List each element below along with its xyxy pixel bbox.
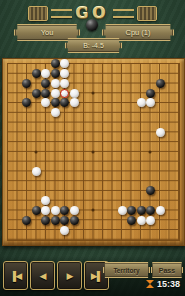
stone-black bbox=[156, 79, 165, 88]
stone-white bbox=[41, 206, 50, 215]
turn-indicator-black-stone-icon bbox=[86, 19, 98, 31]
stone-black bbox=[51, 98, 60, 107]
stone-black bbox=[41, 89, 50, 98]
stone-white bbox=[51, 206, 60, 215]
stone-black bbox=[60, 216, 69, 225]
step-forward-button[interactable]: ▶ bbox=[57, 261, 82, 290]
go-to-start-button[interactable]: ▐◀ bbox=[3, 261, 28, 290]
stone-black bbox=[22, 79, 31, 88]
stone-black bbox=[22, 216, 31, 225]
stone-black bbox=[51, 69, 60, 78]
stone-white bbox=[51, 89, 60, 98]
step-back-button[interactable]: ◀ bbox=[30, 261, 55, 290]
stone-white bbox=[60, 59, 69, 68]
stone-black bbox=[146, 206, 155, 215]
territory-button[interactable]: Territory bbox=[103, 262, 150, 278]
stone-black bbox=[51, 216, 60, 225]
stone-white bbox=[146, 98, 155, 107]
go-board[interactable] bbox=[2, 58, 185, 246]
stone-white bbox=[70, 206, 79, 215]
clock-time: 15:38 bbox=[157, 279, 180, 289]
stone-black bbox=[60, 98, 69, 107]
stone-white bbox=[41, 98, 50, 107]
stone-white bbox=[51, 79, 60, 88]
stone-white bbox=[146, 216, 155, 225]
stone-black bbox=[41, 216, 50, 225]
board-stones-layer bbox=[3, 59, 184, 245]
scroll-ornament-left bbox=[28, 6, 48, 21]
stone-black bbox=[22, 98, 31, 107]
stone-black bbox=[127, 216, 136, 225]
stone-white bbox=[156, 206, 165, 215]
stone-black bbox=[32, 89, 41, 98]
stone-white bbox=[118, 206, 127, 215]
stone-black bbox=[146, 186, 155, 195]
go-app-window: GO You Cpu (1) B: -4.5 ▐◀ ◀ ▶ ▶▌ Territo… bbox=[0, 0, 185, 296]
stone-black bbox=[137, 206, 146, 215]
stone-white bbox=[137, 98, 146, 107]
scroll-ornament-right bbox=[137, 6, 157, 21]
stone-white bbox=[41, 69, 50, 78]
stone-black bbox=[70, 216, 79, 225]
stone-black bbox=[127, 206, 136, 215]
bottom-control-bar: ▐◀ ◀ ▶ ▶▌ Territory Pass 15:38 bbox=[0, 256, 185, 296]
pass-button[interactable]: Pass bbox=[151, 262, 183, 278]
stone-white bbox=[70, 89, 79, 98]
banner-rule-left bbox=[51, 9, 72, 18]
stone-black bbox=[41, 79, 50, 88]
stone-white bbox=[70, 98, 79, 107]
banner-rule-right bbox=[113, 9, 134, 18]
hourglass-icon bbox=[146, 280, 154, 288]
move-navigation-group: ▐◀ ◀ ▶ ▶▌ bbox=[3, 261, 109, 290]
stone-black bbox=[32, 206, 41, 215]
stone-white bbox=[41, 196, 50, 205]
stone-last-move-marker bbox=[60, 89, 69, 98]
stone-white bbox=[60, 69, 69, 78]
stone-black bbox=[51, 59, 60, 68]
score-plaque: B: -4.5 bbox=[65, 38, 122, 53]
stone-white bbox=[137, 216, 146, 225]
stone-white bbox=[60, 79, 69, 88]
stone-black bbox=[146, 89, 155, 98]
stone-white bbox=[51, 108, 60, 117]
stone-white bbox=[32, 167, 41, 176]
stone-black bbox=[60, 206, 69, 215]
stone-white bbox=[156, 128, 165, 137]
stone-white bbox=[60, 226, 69, 235]
stone-black bbox=[32, 69, 41, 78]
game-clock: 15:38 bbox=[146, 279, 180, 289]
